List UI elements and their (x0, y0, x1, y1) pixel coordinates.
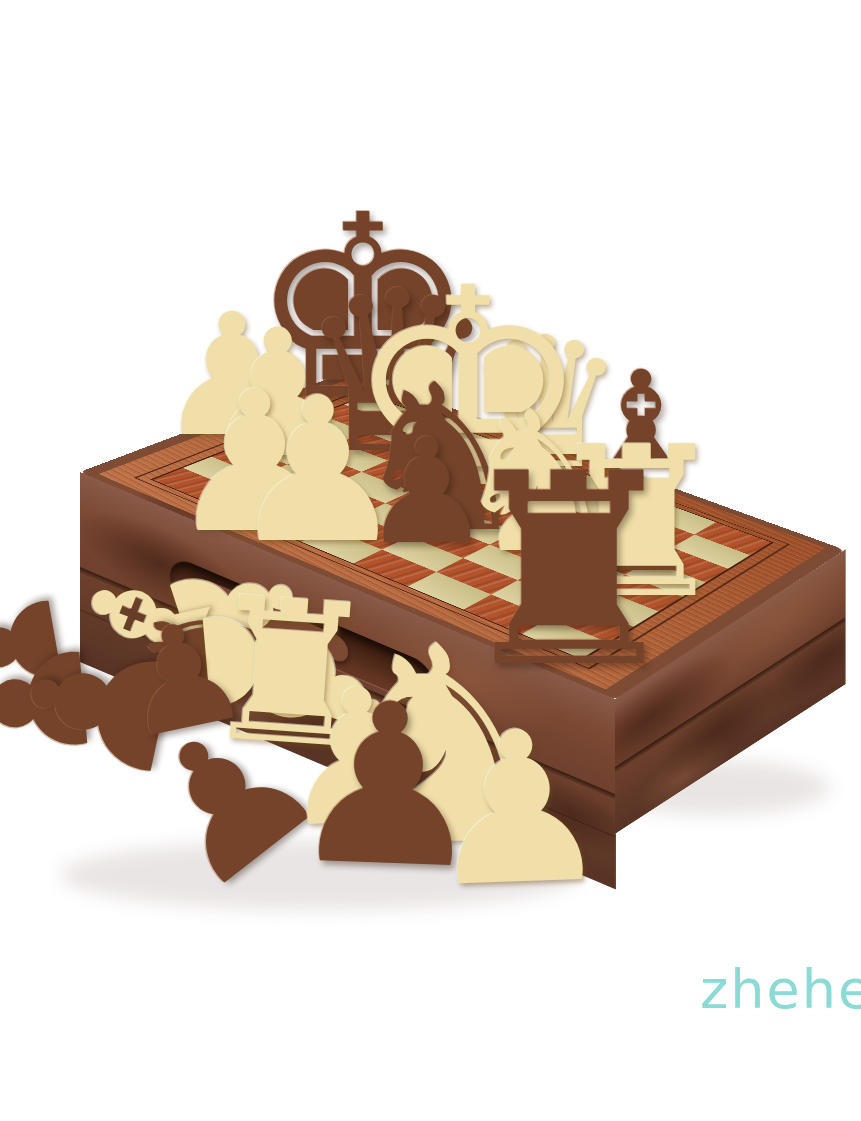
product-photo-scene: ♚♟♛♟♝♛♚♟♞♟♟♞♟♜♜♟♟♟♝♞♟♟♟♟♜♟♟♟♞♟ zhehe (0, 0, 861, 1121)
piece-light-pawn-fallen: ♟ (421, 701, 616, 916)
watermark-text: zhehe (700, 958, 861, 1021)
